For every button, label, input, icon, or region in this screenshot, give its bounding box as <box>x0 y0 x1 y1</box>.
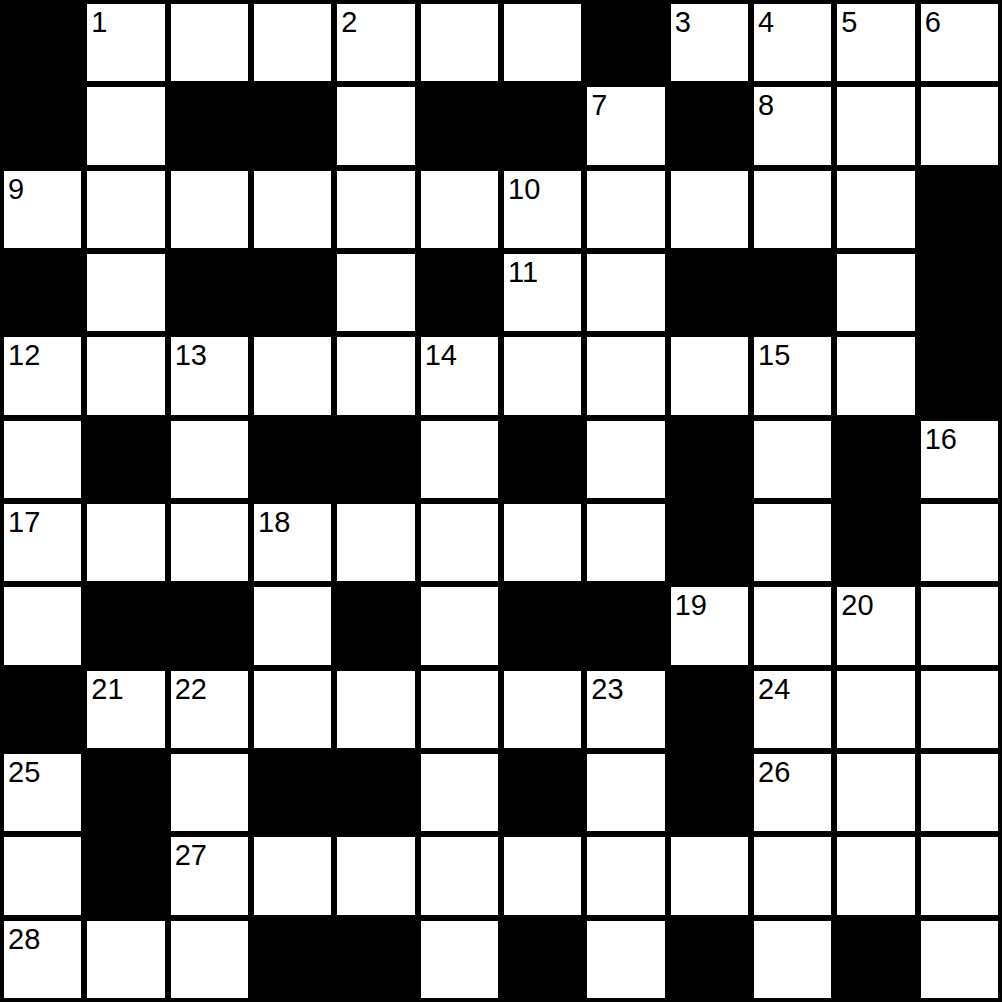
letter-cell-r12c12[interactable] <box>921 921 998 998</box>
clue-number-14: 14 <box>425 338 457 373</box>
letter-cell-r3c3[interactable] <box>171 171 248 248</box>
letter-cell-r11c5[interactable] <box>337 837 414 914</box>
blocked-cell-r6c7 <box>504 421 581 498</box>
letter-cell-r9c3[interactable]: 22 <box>171 671 248 748</box>
letter-cell-r10c10[interactable]: 26 <box>754 754 831 831</box>
letter-cell-r12c1[interactable]: 28 <box>4 921 81 998</box>
letter-cell-r2c12[interactable] <box>921 87 998 164</box>
blocked-cell-r6c5 <box>337 421 414 498</box>
letter-cell-r1c11[interactable]: 5 <box>837 4 914 81</box>
blocked-cell-r4c10 <box>754 254 831 331</box>
letter-cell-r3c7[interactable]: 10 <box>504 171 581 248</box>
blocked-cell-r6c11 <box>837 421 914 498</box>
letter-cell-r2c10[interactable]: 8 <box>754 87 831 164</box>
letter-cell-r5c2[interactable] <box>87 337 164 414</box>
letter-cell-r4c2[interactable] <box>87 254 164 331</box>
blocked-cell-r5c12 <box>921 337 998 414</box>
clue-number-24: 24 <box>758 672 790 707</box>
blocked-cell-r8c7 <box>504 587 581 664</box>
blocked-cell-r7c9 <box>671 504 748 581</box>
letter-cell-r3c9[interactable] <box>671 171 748 248</box>
letter-cell-r11c1[interactable] <box>4 837 81 914</box>
crossword-grid: 1234567891011121314151617181920212223242… <box>0 0 1002 1002</box>
letter-cell-r9c10[interactable]: 24 <box>754 671 831 748</box>
letter-cell-r11c3[interactable]: 27 <box>171 837 248 914</box>
clue-number-7: 7 <box>591 88 607 123</box>
letter-cell-r11c10[interactable] <box>754 837 831 914</box>
blocked-cell-r12c9 <box>671 921 748 998</box>
clue-number-18: 18 <box>258 505 290 540</box>
blocked-cell-r12c11 <box>837 921 914 998</box>
letter-cell-r4c11[interactable] <box>837 254 914 331</box>
letter-cell-r5c4[interactable] <box>254 337 331 414</box>
clue-number-25: 25 <box>8 755 40 790</box>
letter-cell-r4c5[interactable] <box>337 254 414 331</box>
blocked-cell-r4c3 <box>171 254 248 331</box>
letter-cell-r1c2[interactable]: 1 <box>87 4 164 81</box>
letter-cell-r1c10[interactable]: 4 <box>754 4 831 81</box>
blocked-cell-r8c2 <box>87 587 164 664</box>
letter-cell-r9c7[interactable] <box>504 671 581 748</box>
clue-number-26: 26 <box>758 755 790 790</box>
letter-cell-r1c12[interactable]: 6 <box>921 4 998 81</box>
letter-cell-r12c10[interactable] <box>754 921 831 998</box>
blocked-cell-r4c4 <box>254 254 331 331</box>
letter-cell-r7c2[interactable] <box>87 504 164 581</box>
letter-cell-r7c4[interactable]: 18 <box>254 504 331 581</box>
blocked-cell-r6c4 <box>254 421 331 498</box>
blocked-cell-r3c12 <box>921 171 998 248</box>
letter-cell-r10c3[interactable] <box>171 754 248 831</box>
letter-cell-r7c8[interactable] <box>587 504 664 581</box>
clue-number-12: 12 <box>8 338 40 373</box>
clue-number-23: 23 <box>591 672 623 707</box>
letter-cell-r8c1[interactable] <box>4 587 81 664</box>
letter-cell-r7c12[interactable] <box>921 504 998 581</box>
clue-number-9: 9 <box>8 172 24 207</box>
clue-number-4: 4 <box>758 5 774 40</box>
letter-cell-r6c10[interactable] <box>754 421 831 498</box>
letter-cell-r9c4[interactable] <box>254 671 331 748</box>
letter-cell-r9c8[interactable]: 23 <box>587 671 664 748</box>
blocked-cell-r1c8 <box>587 4 664 81</box>
blocked-cell-r2c9 <box>671 87 748 164</box>
blocked-cell-r12c4 <box>254 921 331 998</box>
blocked-cell-r2c4 <box>254 87 331 164</box>
blocked-cell-r12c5 <box>337 921 414 998</box>
letter-cell-r6c12[interactable]: 16 <box>921 421 998 498</box>
letter-cell-r11c12[interactable] <box>921 837 998 914</box>
letter-cell-r11c9[interactable] <box>671 837 748 914</box>
letter-cell-r11c6[interactable] <box>421 837 498 914</box>
blocked-cell-r10c7 <box>504 754 581 831</box>
clue-number-8: 8 <box>758 88 774 123</box>
letter-cell-r9c6[interactable] <box>421 671 498 748</box>
letter-cell-r11c8[interactable] <box>587 837 664 914</box>
letter-cell-r7c7[interactable] <box>504 504 581 581</box>
blocked-cell-r11c2 <box>87 837 164 914</box>
letter-cell-r6c3[interactable] <box>171 421 248 498</box>
blocked-cell-r10c5 <box>337 754 414 831</box>
letter-cell-r10c12[interactable] <box>921 754 998 831</box>
blocked-cell-r9c1 <box>4 671 81 748</box>
letter-cell-r10c11[interactable] <box>837 754 914 831</box>
letter-cell-r1c5[interactable]: 2 <box>337 4 414 81</box>
clue-number-20: 20 <box>841 588 873 623</box>
letter-cell-r5c6[interactable]: 14 <box>421 337 498 414</box>
letter-cell-r5c5[interactable] <box>337 337 414 414</box>
blocked-cell-r2c1 <box>4 87 81 164</box>
letter-cell-r7c3[interactable] <box>171 504 248 581</box>
letter-cell-r12c2[interactable] <box>87 921 164 998</box>
clue-number-13: 13 <box>175 338 207 373</box>
blocked-cell-r6c9 <box>671 421 748 498</box>
blocked-cell-r4c12 <box>921 254 998 331</box>
clue-number-15: 15 <box>758 338 790 373</box>
letter-cell-r9c11[interactable] <box>837 671 914 748</box>
blocked-cell-r10c2 <box>87 754 164 831</box>
clue-number-1: 1 <box>91 5 107 40</box>
letter-cell-r1c4[interactable] <box>254 4 331 81</box>
letter-cell-r4c7[interactable]: 11 <box>504 254 581 331</box>
letter-cell-r11c4[interactable] <box>254 837 331 914</box>
letter-cell-r5c1[interactable]: 12 <box>4 337 81 414</box>
letter-cell-r3c8[interactable] <box>587 171 664 248</box>
letter-cell-r9c5[interactable] <box>337 671 414 748</box>
letter-cell-r1c9[interactable]: 3 <box>671 4 748 81</box>
clue-number-27: 27 <box>175 838 207 873</box>
letter-cell-r8c6[interactable] <box>421 587 498 664</box>
letter-cell-r3c1[interactable]: 9 <box>4 171 81 248</box>
letter-cell-r12c3[interactable] <box>171 921 248 998</box>
letter-cell-r1c7[interactable] <box>504 4 581 81</box>
letter-cell-r7c1[interactable]: 17 <box>4 504 81 581</box>
letter-cell-r3c11[interactable] <box>837 171 914 248</box>
clue-number-2: 2 <box>341 5 357 40</box>
blocked-cell-r2c3 <box>171 87 248 164</box>
clue-number-19: 19 <box>675 588 707 623</box>
letter-cell-r9c2[interactable]: 21 <box>87 671 164 748</box>
letter-cell-r7c6[interactable] <box>421 504 498 581</box>
letter-cell-r9c12[interactable] <box>921 671 998 748</box>
letter-cell-r5c10[interactable]: 15 <box>754 337 831 414</box>
letter-cell-r6c8[interactable] <box>587 421 664 498</box>
letter-cell-r3c10[interactable] <box>754 171 831 248</box>
blocked-cell-r4c1 <box>4 254 81 331</box>
letter-cell-r8c4[interactable] <box>254 587 331 664</box>
letter-cell-r2c8[interactable]: 7 <box>587 87 664 164</box>
letter-cell-r3c6[interactable] <box>421 171 498 248</box>
blocked-cell-r4c6 <box>421 254 498 331</box>
blocked-cell-r2c7 <box>504 87 581 164</box>
letter-cell-r12c8[interactable] <box>587 921 664 998</box>
letter-cell-r10c6[interactable] <box>421 754 498 831</box>
clue-number-28: 28 <box>8 922 40 957</box>
blocked-cell-r8c8 <box>587 587 664 664</box>
letter-cell-r12c6[interactable] <box>421 921 498 998</box>
letter-cell-r6c6[interactable] <box>421 421 498 498</box>
blocked-cell-r2c6 <box>421 87 498 164</box>
letter-cell-r8c11[interactable]: 20 <box>837 587 914 664</box>
letter-cell-r8c10[interactable] <box>754 587 831 664</box>
blocked-cell-r6c2 <box>87 421 164 498</box>
letter-cell-r5c3[interactable]: 13 <box>171 337 248 414</box>
blocked-cell-r7c11 <box>837 504 914 581</box>
clue-number-11: 11 <box>508 255 538 290</box>
letter-cell-r1c3[interactable] <box>171 4 248 81</box>
letter-cell-r10c8[interactable] <box>587 754 664 831</box>
letter-cell-r2c2[interactable] <box>87 87 164 164</box>
letter-cell-r10c1[interactable]: 25 <box>4 754 81 831</box>
clue-number-22: 22 <box>175 672 207 707</box>
clue-number-6: 6 <box>925 5 941 40</box>
letter-cell-r5c11[interactable] <box>837 337 914 414</box>
blocked-cell-r9c9 <box>671 671 748 748</box>
letter-cell-r4c8[interactable] <box>587 254 664 331</box>
letter-cell-r6c1[interactable] <box>4 421 81 498</box>
clue-number-17: 17 <box>8 505 40 540</box>
letter-cell-r8c12[interactable] <box>921 587 998 664</box>
blocked-cell-r10c4 <box>254 754 331 831</box>
clue-number-5: 5 <box>841 5 857 40</box>
letter-cell-r2c5[interactable] <box>337 87 414 164</box>
letter-cell-r2c11[interactable] <box>837 87 914 164</box>
letter-cell-r11c11[interactable] <box>837 837 914 914</box>
blocked-cell-r4c9 <box>671 254 748 331</box>
letter-cell-r5c7[interactable] <box>504 337 581 414</box>
letter-cell-r7c10[interactable] <box>754 504 831 581</box>
blocked-cell-r10c9 <box>671 754 748 831</box>
letter-cell-r11c7[interactable] <box>504 837 581 914</box>
blocked-cell-r1c1 <box>4 4 81 81</box>
blocked-cell-r8c3 <box>171 587 248 664</box>
blocked-cell-r8c5 <box>337 587 414 664</box>
letter-cell-r5c9[interactable] <box>671 337 748 414</box>
letter-cell-r7c5[interactable] <box>337 504 414 581</box>
clue-number-16: 16 <box>925 422 957 457</box>
blocked-cell-r12c7 <box>504 921 581 998</box>
letter-cell-r5c8[interactable] <box>587 337 664 414</box>
clue-number-21: 21 <box>91 672 123 707</box>
clue-number-3: 3 <box>675 5 691 40</box>
letter-cell-r1c6[interactable] <box>421 4 498 81</box>
letter-cell-r8c9[interactable]: 19 <box>671 587 748 664</box>
letter-cell-r3c4[interactable] <box>254 171 331 248</box>
letter-cell-r3c2[interactable] <box>87 171 164 248</box>
letter-cell-r3c5[interactable] <box>337 171 414 248</box>
clue-number-10: 10 <box>508 172 540 207</box>
